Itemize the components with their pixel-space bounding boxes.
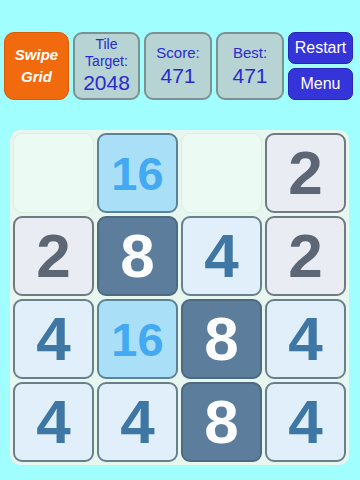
tile-8: 8 <box>97 216 178 296</box>
tile-16: 16 <box>97 299 178 379</box>
tile-target-label-line2: Target: <box>85 53 128 70</box>
score-label: Score: <box>156 44 199 62</box>
score-value: 471 <box>160 63 195 88</box>
tile-target-panel: Tile Target: 2048 <box>73 32 140 100</box>
best-value: 471 <box>232 63 267 88</box>
app-title-line1: Swipe <box>15 44 58 66</box>
tile-4: 4 <box>181 216 262 296</box>
empty-cell <box>181 133 262 213</box>
game-board[interactable]: 1622842416844484 <box>10 130 349 465</box>
top-bar: Swipe Grid Tile Target: 2048 Score: 471 … <box>4 32 353 100</box>
app-title-line2: Grid <box>21 66 52 88</box>
tile-2: 2 <box>13 216 94 296</box>
best-label: Best: <box>233 44 267 62</box>
tile-4: 4 <box>97 382 178 462</box>
tile-target-value: 2048 <box>83 70 130 95</box>
tile-target-label-line1: Tile <box>95 36 117 53</box>
best-panel: Best: 471 <box>216 32 284 100</box>
tile-8: 8 <box>181 299 262 379</box>
tile-8: 8 <box>181 382 262 462</box>
tile-4: 4 <box>265 382 346 462</box>
empty-cell <box>13 133 94 213</box>
tile-16: 16 <box>97 133 178 213</box>
app-title-button: Swipe Grid <box>4 32 69 100</box>
menu-button[interactable]: Menu <box>288 68 353 100</box>
tile-4: 4 <box>265 299 346 379</box>
app-screen: Swipe Grid Tile Target: 2048 Score: 471 … <box>0 0 360 480</box>
tile-4: 4 <box>13 382 94 462</box>
restart-button[interactable]: Restart <box>288 32 353 64</box>
tile-2: 2 <box>265 133 346 213</box>
action-button-column: Restart Menu <box>288 32 353 100</box>
score-panel: Score: 471 <box>144 32 212 100</box>
tile-2: 2 <box>265 216 346 296</box>
tile-4: 4 <box>13 299 94 379</box>
